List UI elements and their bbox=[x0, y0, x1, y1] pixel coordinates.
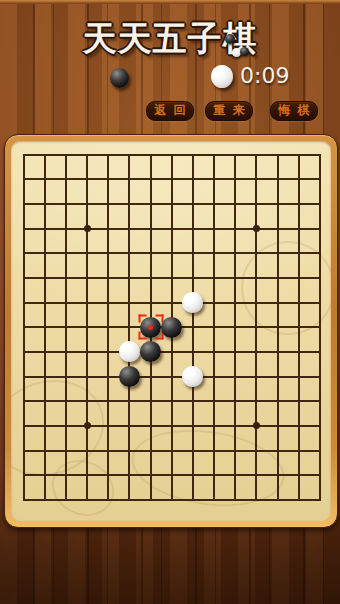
board-cell[interactable] bbox=[246, 216, 267, 241]
board-cell[interactable] bbox=[267, 389, 288, 414]
board-cell[interactable] bbox=[55, 315, 76, 340]
board-cell[interactable] bbox=[309, 167, 330, 192]
board-cell[interactable] bbox=[267, 142, 288, 167]
board-cell[interactable] bbox=[98, 290, 119, 315]
white-stone bbox=[119, 341, 140, 362]
board-cell[interactable] bbox=[267, 241, 288, 266]
board-cell[interactable] bbox=[76, 488, 97, 513]
board-cell[interactable] bbox=[225, 389, 246, 414]
restart-button[interactable]: 重来 bbox=[205, 101, 253, 121]
board-cell[interactable] bbox=[13, 389, 34, 414]
board-cell[interactable] bbox=[203, 290, 224, 315]
board-cell[interactable] bbox=[13, 438, 34, 463]
board-cell[interactable] bbox=[98, 167, 119, 192]
board-cell[interactable] bbox=[140, 167, 161, 192]
board-cell[interactable] bbox=[140, 488, 161, 513]
board-cell[interactable] bbox=[267, 364, 288, 389]
move-timer: 0:09 bbox=[240, 63, 289, 88]
board-cell[interactable] bbox=[225, 290, 246, 315]
board-cell[interactable] bbox=[225, 192, 246, 217]
board-cell[interactable] bbox=[267, 315, 288, 340]
board-cell[interactable] bbox=[55, 463, 76, 488]
board-cell[interactable] bbox=[55, 192, 76, 217]
board-cell[interactable] bbox=[161, 241, 182, 266]
board-cell[interactable] bbox=[98, 414, 119, 439]
board-cell[interactable] bbox=[203, 438, 224, 463]
board-cell[interactable] bbox=[309, 266, 330, 291]
board-cell[interactable] bbox=[288, 216, 309, 241]
board-cell[interactable] bbox=[182, 315, 203, 340]
board-cell[interactable] bbox=[246, 315, 267, 340]
board-cell[interactable] bbox=[161, 463, 182, 488]
board-cell[interactable] bbox=[225, 488, 246, 513]
board-cell[interactable] bbox=[76, 364, 97, 389]
board-cell[interactable] bbox=[309, 216, 330, 241]
board-cell[interactable] bbox=[140, 216, 161, 241]
board-cell[interactable] bbox=[119, 192, 140, 217]
board-cell[interactable] bbox=[161, 364, 182, 389]
board-cell[interactable] bbox=[246, 290, 267, 315]
board-cell[interactable] bbox=[246, 438, 267, 463]
board-cell[interactable] bbox=[34, 216, 55, 241]
board-cell[interactable] bbox=[267, 290, 288, 315]
board-cell[interactable] bbox=[225, 364, 246, 389]
board-cell[interactable] bbox=[267, 488, 288, 513]
board-cell[interactable] bbox=[309, 488, 330, 513]
board-grid[interactable] bbox=[13, 142, 331, 512]
board-cell[interactable] bbox=[182, 488, 203, 513]
title-black-stone-icon bbox=[240, 47, 249, 56]
board-cell[interactable] bbox=[288, 488, 309, 513]
board-cell[interactable] bbox=[203, 241, 224, 266]
board-cell[interactable] bbox=[288, 290, 309, 315]
white-player-stone-icon bbox=[211, 65, 233, 88]
board-cell[interactable] bbox=[246, 241, 267, 266]
board-cell[interactable] bbox=[225, 414, 246, 439]
board-cell[interactable] bbox=[140, 241, 161, 266]
board-cell[interactable] bbox=[98, 192, 119, 217]
board-cell[interactable] bbox=[119, 488, 140, 513]
board-cell[interactable] bbox=[246, 488, 267, 513]
board-cell[interactable] bbox=[13, 290, 34, 315]
board-cell[interactable] bbox=[119, 266, 140, 291]
board-cell[interactable] bbox=[140, 438, 161, 463]
board-cell[interactable] bbox=[119, 364, 140, 389]
board-cell[interactable] bbox=[76, 290, 97, 315]
board-cell[interactable] bbox=[267, 192, 288, 217]
app-screen: 天天五子棋 0:09 返回 重来 悔棋 bbox=[0, 0, 340, 604]
top-edge-highlight bbox=[0, 0, 340, 4]
board-cell[interactable] bbox=[55, 389, 76, 414]
board-cell[interactable] bbox=[225, 463, 246, 488]
board-cell[interactable] bbox=[76, 192, 97, 217]
back-button[interactable]: 返回 bbox=[146, 101, 194, 121]
black-stone bbox=[161, 317, 182, 338]
board-cell[interactable] bbox=[119, 241, 140, 266]
board-cell[interactable] bbox=[309, 414, 330, 439]
board-cell[interactable] bbox=[34, 488, 55, 513]
board-cell[interactable] bbox=[76, 414, 97, 439]
white-stone bbox=[182, 292, 203, 313]
board-cell[interactable] bbox=[98, 438, 119, 463]
board-cell[interactable] bbox=[119, 315, 140, 340]
board-cell[interactable] bbox=[288, 414, 309, 439]
board-cell[interactable] bbox=[119, 438, 140, 463]
board-cell[interactable] bbox=[182, 463, 203, 488]
board-cell[interactable] bbox=[161, 488, 182, 513]
board-cell[interactable] bbox=[13, 216, 34, 241]
board-cell[interactable] bbox=[140, 290, 161, 315]
board-cell[interactable] bbox=[76, 463, 97, 488]
board-cell[interactable] bbox=[288, 315, 309, 340]
board-cell[interactable] bbox=[34, 414, 55, 439]
board-cell[interactable] bbox=[34, 463, 55, 488]
board-cell[interactable] bbox=[55, 142, 76, 167]
board-cell[interactable] bbox=[309, 241, 330, 266]
board-cell[interactable] bbox=[76, 216, 97, 241]
board-cell[interactable] bbox=[225, 216, 246, 241]
board-cell[interactable] bbox=[182, 389, 203, 414]
board-cell[interactable] bbox=[140, 142, 161, 167]
board-cell[interactable] bbox=[267, 167, 288, 192]
board-cell[interactable] bbox=[119, 463, 140, 488]
board-cell[interactable] bbox=[161, 167, 182, 192]
board-cell[interactable] bbox=[98, 266, 119, 291]
board-cell[interactable] bbox=[140, 340, 161, 365]
board-cell[interactable] bbox=[98, 216, 119, 241]
board-cell[interactable] bbox=[309, 315, 330, 340]
board-cell[interactable] bbox=[98, 463, 119, 488]
board-cell[interactable] bbox=[13, 266, 34, 291]
board-cell[interactable] bbox=[309, 438, 330, 463]
board-cell[interactable] bbox=[246, 364, 267, 389]
board-cell[interactable] bbox=[76, 241, 97, 266]
board-cell[interactable] bbox=[34, 266, 55, 291]
board-cell[interactable] bbox=[55, 216, 76, 241]
board-cell[interactable] bbox=[98, 364, 119, 389]
board-cell[interactable] bbox=[161, 389, 182, 414]
board-cell[interactable] bbox=[182, 192, 203, 217]
board-cell[interactable] bbox=[246, 463, 267, 488]
board-cell[interactable] bbox=[76, 167, 97, 192]
board-cell[interactable] bbox=[203, 414, 224, 439]
board-cell[interactable] bbox=[161, 414, 182, 439]
board-cell[interactable] bbox=[309, 142, 330, 167]
board-cell[interactable] bbox=[203, 142, 224, 167]
board-cell[interactable] bbox=[119, 414, 140, 439]
board-cell[interactable] bbox=[98, 488, 119, 513]
board-cell[interactable] bbox=[13, 488, 34, 513]
board-cell[interactable] bbox=[246, 389, 267, 414]
board-cell[interactable] bbox=[55, 488, 76, 513]
board-cell[interactable] bbox=[161, 142, 182, 167]
board bbox=[11, 141, 331, 521]
board-cell[interactable] bbox=[288, 266, 309, 291]
board-cell[interactable] bbox=[34, 340, 55, 365]
board-cell[interactable] bbox=[288, 438, 309, 463]
board-cell[interactable] bbox=[182, 438, 203, 463]
board-cell[interactable] bbox=[34, 290, 55, 315]
board-cell[interactable] bbox=[288, 167, 309, 192]
board-cell[interactable] bbox=[140, 414, 161, 439]
board-cell[interactable] bbox=[76, 142, 97, 167]
board-cell[interactable] bbox=[182, 167, 203, 192]
board-cell[interactable] bbox=[13, 340, 34, 365]
board-cell[interactable] bbox=[13, 167, 34, 192]
board-cell[interactable] bbox=[34, 142, 55, 167]
board-cell[interactable] bbox=[203, 167, 224, 192]
board-cell[interactable] bbox=[288, 340, 309, 365]
board-cell[interactable] bbox=[309, 340, 330, 365]
board-cell[interactable] bbox=[225, 340, 246, 365]
board-cell[interactable] bbox=[98, 340, 119, 365]
board-cell[interactable] bbox=[55, 438, 76, 463]
board-cell[interactable] bbox=[34, 192, 55, 217]
board-cell[interactable] bbox=[203, 488, 224, 513]
board-cell[interactable] bbox=[161, 340, 182, 365]
board-cell[interactable] bbox=[309, 463, 330, 488]
board-cell[interactable] bbox=[203, 389, 224, 414]
board-cell[interactable] bbox=[76, 340, 97, 365]
board-cell[interactable] bbox=[309, 364, 330, 389]
board-cell[interactable] bbox=[267, 266, 288, 291]
undo-button[interactable]: 悔棋 bbox=[270, 101, 318, 121]
board-cell[interactable] bbox=[203, 216, 224, 241]
board-cell[interactable] bbox=[119, 389, 140, 414]
board-cell[interactable] bbox=[309, 290, 330, 315]
board-cell[interactable] bbox=[161, 266, 182, 291]
board-cell[interactable] bbox=[246, 142, 267, 167]
board-cell[interactable] bbox=[34, 364, 55, 389]
board-cell[interactable] bbox=[34, 241, 55, 266]
board-cell[interactable] bbox=[98, 315, 119, 340]
board-cell[interactable] bbox=[161, 290, 182, 315]
board-cell[interactable] bbox=[34, 389, 55, 414]
board-cell[interactable] bbox=[13, 364, 34, 389]
board-cell[interactable] bbox=[119, 216, 140, 241]
board-cell[interactable] bbox=[182, 266, 203, 291]
board-cell[interactable] bbox=[140, 364, 161, 389]
board-cell[interactable] bbox=[225, 142, 246, 167]
board-cell[interactable] bbox=[13, 315, 34, 340]
board-cell[interactable] bbox=[161, 216, 182, 241]
board-cell[interactable] bbox=[246, 266, 267, 291]
board-cell[interactable] bbox=[34, 315, 55, 340]
board-panel bbox=[4, 134, 338, 528]
board-cell[interactable] bbox=[288, 241, 309, 266]
board-cell[interactable] bbox=[55, 167, 76, 192]
board-cell[interactable] bbox=[140, 266, 161, 291]
board-cell[interactable] bbox=[182, 241, 203, 266]
title-black-stone-icon bbox=[225, 34, 235, 44]
board-cell[interactable] bbox=[288, 389, 309, 414]
board-cell[interactable] bbox=[119, 290, 140, 315]
board-cell[interactable] bbox=[55, 241, 76, 266]
board-cell[interactable] bbox=[309, 389, 330, 414]
board-cell[interactable] bbox=[119, 142, 140, 167]
board-cell[interactable] bbox=[182, 290, 203, 315]
board-cell[interactable] bbox=[203, 266, 224, 291]
black-stone bbox=[119, 366, 140, 387]
board-cell[interactable] bbox=[203, 192, 224, 217]
board-cell[interactable] bbox=[267, 414, 288, 439]
board-cell[interactable] bbox=[267, 438, 288, 463]
board-cell[interactable] bbox=[203, 340, 224, 365]
board-cell[interactable] bbox=[182, 364, 203, 389]
board-cell[interactable] bbox=[76, 315, 97, 340]
board-cell[interactable] bbox=[55, 266, 76, 291]
board-cell[interactable] bbox=[288, 192, 309, 217]
board-cell[interactable] bbox=[267, 463, 288, 488]
board-cell[interactable] bbox=[161, 192, 182, 217]
white-stone bbox=[182, 366, 203, 387]
board-cell[interactable] bbox=[182, 414, 203, 439]
board-cell[interactable] bbox=[225, 167, 246, 192]
board-cell[interactable] bbox=[182, 340, 203, 365]
board-cell[interactable] bbox=[246, 167, 267, 192]
board-cell[interactable] bbox=[13, 463, 34, 488]
board-cell[interactable] bbox=[225, 438, 246, 463]
board-cell[interactable] bbox=[203, 315, 224, 340]
board-cell[interactable] bbox=[225, 241, 246, 266]
board-cell[interactable] bbox=[76, 438, 97, 463]
black-stone bbox=[140, 341, 161, 362]
board-cell[interactable] bbox=[140, 315, 161, 340]
board-cell[interactable] bbox=[55, 414, 76, 439]
board-cell[interactable] bbox=[267, 216, 288, 241]
board-cell[interactable] bbox=[140, 463, 161, 488]
board-cell[interactable] bbox=[161, 438, 182, 463]
board-cell[interactable] bbox=[76, 389, 97, 414]
board-cell[interactable] bbox=[76, 266, 97, 291]
app-title: 天天五子棋 bbox=[0, 16, 340, 62]
board-cell[interactable] bbox=[267, 340, 288, 365]
board-cell[interactable] bbox=[288, 463, 309, 488]
board-cell[interactable] bbox=[246, 192, 267, 217]
board-cell[interactable] bbox=[13, 241, 34, 266]
board-cell[interactable] bbox=[225, 315, 246, 340]
black-stone bbox=[140, 317, 161, 338]
board-cell[interactable] bbox=[182, 216, 203, 241]
board-cell[interactable] bbox=[246, 414, 267, 439]
board-cell[interactable] bbox=[98, 142, 119, 167]
board-cell[interactable] bbox=[34, 438, 55, 463]
board-cell[interactable] bbox=[13, 142, 34, 167]
board-cell[interactable] bbox=[140, 389, 161, 414]
board-cell[interactable] bbox=[119, 167, 140, 192]
board-cell[interactable] bbox=[288, 364, 309, 389]
board-cell[interactable] bbox=[13, 414, 34, 439]
board-cell[interactable] bbox=[182, 142, 203, 167]
board-cell[interactable] bbox=[288, 142, 309, 167]
board-cell[interactable] bbox=[98, 241, 119, 266]
board-cell[interactable] bbox=[246, 340, 267, 365]
black-player-stone-icon bbox=[110, 68, 129, 88]
board-cell[interactable] bbox=[309, 192, 330, 217]
board-cell[interactable] bbox=[203, 463, 224, 488]
board-cell[interactable] bbox=[13, 192, 34, 217]
board-cell[interactable] bbox=[55, 364, 76, 389]
board-cell[interactable] bbox=[203, 364, 224, 389]
board-cell[interactable] bbox=[55, 290, 76, 315]
board-cell[interactable] bbox=[34, 167, 55, 192]
board-cell[interactable] bbox=[119, 340, 140, 365]
board-cell[interactable] bbox=[140, 192, 161, 217]
board-cell[interactable] bbox=[98, 389, 119, 414]
board-cell[interactable] bbox=[225, 266, 246, 291]
board-cell[interactable] bbox=[55, 340, 76, 365]
board-cell[interactable] bbox=[161, 315, 182, 340]
